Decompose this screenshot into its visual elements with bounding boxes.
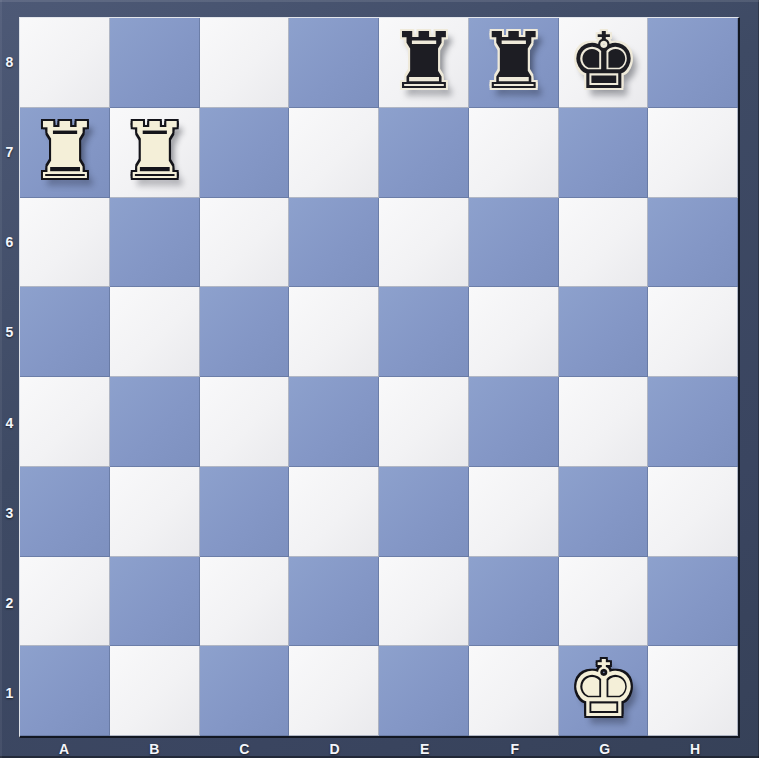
square-e7[interactable] [379, 108, 469, 198]
square-f3[interactable] [469, 467, 559, 557]
square-c3[interactable] [200, 467, 290, 557]
board-frame: 87654321 ♜♜♜♜♚♚♜♜♜♜♚♚ ABCDEFGH [0, 0, 759, 758]
piece-fill-layer: ♚ [559, 18, 649, 108]
square-c7[interactable] [200, 108, 290, 198]
square-h4[interactable] [648, 377, 738, 467]
square-b2[interactable] [110, 557, 200, 647]
square-d7[interactable] [289, 108, 379, 198]
square-a1[interactable] [20, 646, 110, 736]
piece-outline-layer: ♚ [559, 646, 649, 736]
square-h5[interactable] [648, 287, 738, 377]
rank-label-2: 2 [0, 558, 19, 648]
square-c5[interactable] [200, 287, 290, 377]
piece-outline-layer: ♜ [20, 108, 110, 198]
square-e5[interactable] [379, 287, 469, 377]
piece-outline-layer: ♜ [379, 18, 469, 108]
piece-fill-layer: ♜ [379, 18, 469, 108]
square-f1[interactable] [469, 646, 559, 736]
piece-outline-layer: ♜ [110, 108, 200, 198]
square-b8[interactable] [110, 18, 200, 108]
file-labels: ABCDEFGH [19, 740, 740, 757]
file-label-b: B [109, 740, 199, 757]
square-b5[interactable] [110, 287, 200, 377]
square-a6[interactable] [20, 198, 110, 288]
square-f7[interactable] [469, 108, 559, 198]
square-b4[interactable] [110, 377, 200, 467]
square-d6[interactable] [289, 198, 379, 288]
rank-label-8: 8 [0, 17, 19, 107]
square-d3[interactable] [289, 467, 379, 557]
square-c4[interactable] [200, 377, 290, 467]
square-g5[interactable] [559, 287, 649, 377]
piece-outline-layer: ♜ [469, 18, 559, 108]
square-f8[interactable]: ♜♜ [469, 18, 559, 108]
square-g3[interactable] [559, 467, 649, 557]
square-d2[interactable] [289, 557, 379, 647]
square-b7[interactable]: ♜♜ [110, 108, 200, 198]
square-b6[interactable] [110, 198, 200, 288]
rank-labels: 87654321 [0, 17, 19, 738]
square-c8[interactable] [200, 18, 290, 108]
piece-fill-layer: ♜ [469, 18, 559, 108]
square-a4[interactable] [20, 377, 110, 467]
square-d1[interactable] [289, 646, 379, 736]
square-e2[interactable] [379, 557, 469, 647]
square-e6[interactable] [379, 198, 469, 288]
square-a5[interactable] [20, 287, 110, 377]
square-g1[interactable]: ♚♚ [559, 646, 649, 736]
square-g7[interactable] [559, 108, 649, 198]
square-e4[interactable] [379, 377, 469, 467]
piece-fill-layer: ♜ [20, 108, 110, 198]
square-d8[interactable] [289, 18, 379, 108]
file-label-a: A [19, 740, 109, 757]
rank-label-4: 4 [0, 378, 19, 468]
rank-label-1: 1 [0, 648, 19, 738]
square-h2[interactable] [648, 557, 738, 647]
square-e3[interactable] [379, 467, 469, 557]
square-a3[interactable] [20, 467, 110, 557]
square-h6[interactable] [648, 198, 738, 288]
square-e8[interactable]: ♜♜ [379, 18, 469, 108]
file-label-g: G [560, 740, 650, 757]
square-g2[interactable] [559, 557, 649, 647]
square-f2[interactable] [469, 557, 559, 647]
rank-label-3: 3 [0, 468, 19, 558]
square-a8[interactable] [20, 18, 110, 108]
file-label-h: H [650, 740, 740, 757]
piece-fill-layer: ♜ [110, 108, 200, 198]
file-label-f: F [470, 740, 560, 757]
square-g8[interactable]: ♚♚ [559, 18, 649, 108]
square-f6[interactable] [469, 198, 559, 288]
square-b3[interactable] [110, 467, 200, 557]
square-d5[interactable] [289, 287, 379, 377]
square-e1[interactable] [379, 646, 469, 736]
square-a2[interactable] [20, 557, 110, 647]
piece-fill-layer: ♚ [559, 646, 649, 736]
rank-label-6: 6 [0, 197, 19, 287]
square-h8[interactable] [648, 18, 738, 108]
square-c1[interactable] [200, 646, 290, 736]
piece-outline-layer: ♚ [559, 18, 649, 108]
square-f4[interactable] [469, 377, 559, 467]
square-c2[interactable] [200, 557, 290, 647]
file-label-d: D [289, 740, 379, 757]
rank-label-5: 5 [0, 287, 19, 377]
square-h3[interactable] [648, 467, 738, 557]
square-b1[interactable] [110, 646, 200, 736]
file-label-e: E [380, 740, 470, 757]
square-g4[interactable] [559, 377, 649, 467]
square-a7[interactable]: ♜♜ [20, 108, 110, 198]
square-h1[interactable] [648, 646, 738, 736]
square-c6[interactable] [200, 198, 290, 288]
file-label-c: C [199, 740, 289, 757]
square-g6[interactable] [559, 198, 649, 288]
chess-board[interactable]: ♜♜♜♜♚♚♜♜♜♜♚♚ [19, 17, 740, 738]
square-d4[interactable] [289, 377, 379, 467]
square-h7[interactable] [648, 108, 738, 198]
rank-label-7: 7 [0, 107, 19, 197]
square-f5[interactable] [469, 287, 559, 377]
